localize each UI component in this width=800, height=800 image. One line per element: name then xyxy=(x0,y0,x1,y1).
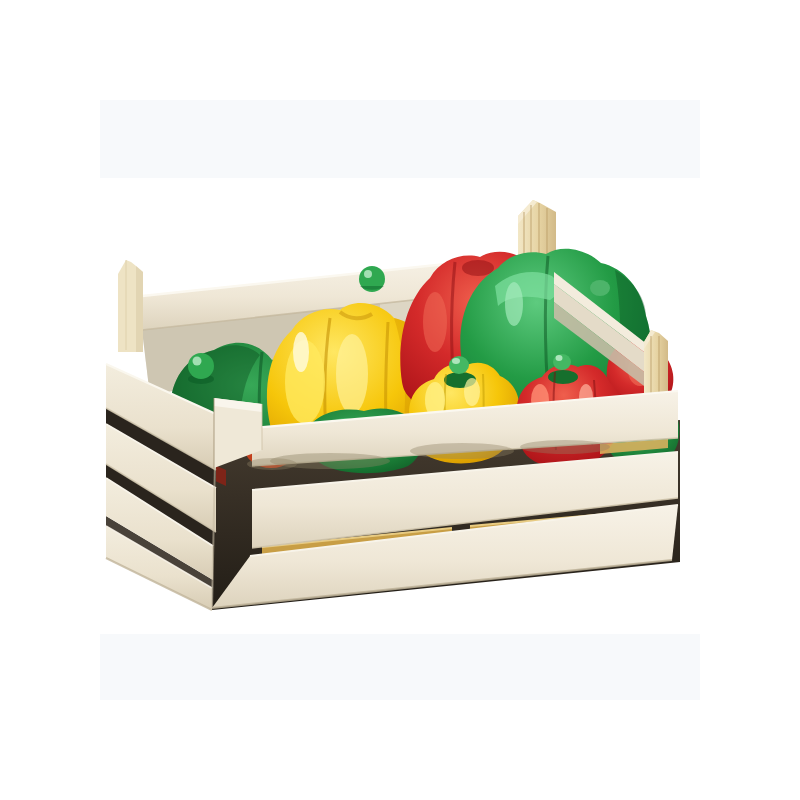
stem-knob-icon xyxy=(188,353,214,379)
pepper-stem-knob-center xyxy=(359,266,385,292)
crate-of-peppers-illustration xyxy=(0,0,800,800)
corner-post-front-right xyxy=(644,330,668,398)
product-photo xyxy=(0,0,800,800)
stem-knob-icon xyxy=(449,356,469,374)
corner-post-back-left xyxy=(118,260,143,352)
stem-nub xyxy=(590,280,610,296)
stem-collar xyxy=(548,370,578,384)
stem-knob-icon xyxy=(553,354,571,370)
photo-band-top xyxy=(100,100,700,178)
photo-band-bottom xyxy=(100,634,700,700)
